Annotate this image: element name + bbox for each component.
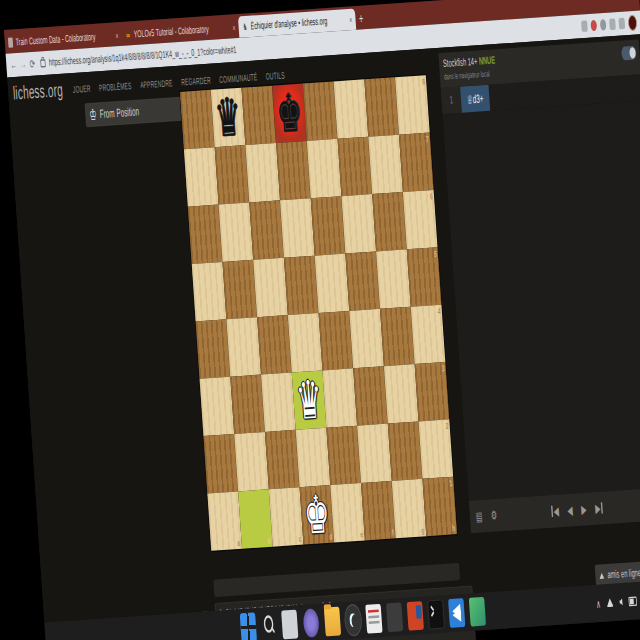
coord-rank-1: 1 — [449, 478, 452, 488]
coord-file-g: g — [421, 525, 425, 535]
battery-icon[interactable] — [628, 596, 637, 606]
coord-file-b: b — [267, 536, 271, 546]
move-list-empty-area — [442, 100, 640, 500]
black-king[interactable]: ♚ — [272, 84, 307, 143]
engine-name: Stockfish 14+ — [443, 55, 478, 69]
black-queen[interactable]: ♛ — [211, 88, 246, 147]
square-f4[interactable] — [349, 309, 384, 368]
variant-select-label: From Position — [99, 105, 139, 121]
square-g6[interactable] — [372, 192, 407, 251]
padlock-icon — [40, 59, 46, 67]
nav-item-apprendre[interactable]: APPRENDRE — [140, 77, 173, 90]
share-icon[interactable] — [581, 20, 588, 32]
powerpoint-app[interactable] — [407, 601, 424, 631]
new-tab-button[interactable]: + — [358, 8, 364, 29]
square-h4[interactable]: 4 — [411, 305, 446, 364]
nav-item-communauté[interactable]: COMMUNAUTÉ — [219, 71, 258, 84]
notepad-app[interactable] — [365, 604, 382, 634]
chat-extension-icon[interactable] — [609, 18, 616, 30]
move-san-active[interactable]: ♕d3+ — [460, 85, 490, 113]
square-d5[interactable] — [284, 256, 319, 315]
square-b7[interactable] — [215, 145, 250, 204]
nav-item-problèmes[interactable]: PROBLÈMES — [99, 80, 132, 93]
square-d2[interactable] — [296, 428, 331, 487]
square-g4[interactable] — [380, 307, 415, 366]
volume-icon[interactable] — [619, 598, 623, 606]
square-f2[interactable] — [357, 424, 392, 483]
square-h6[interactable]: 6 — [403, 190, 438, 249]
tab-close-icon[interactable]: × — [115, 30, 119, 41]
coord-rank-4: 4 — [438, 306, 441, 316]
square-f7[interactable] — [338, 137, 373, 196]
square-e1[interactable]: e — [330, 483, 365, 542]
square-f1[interactable]: f — [361, 481, 396, 540]
board-column: ♛♚87654♛32abc♚defgh1 FEN PGN [Variant "F… — [180, 75, 457, 551]
square-f6[interactable] — [341, 194, 376, 253]
lichess-knight-favicon: ♞ — [242, 21, 249, 33]
square-d6[interactable] — [280, 198, 315, 257]
square-d8[interactable]: ♚ — [272, 84, 307, 143]
square-b1[interactable]: b — [238, 489, 273, 548]
file-explorer[interactable] — [324, 607, 341, 637]
square-c5[interactable] — [253, 258, 288, 317]
square-c8[interactable] — [241, 86, 276, 145]
square-c3[interactable] — [261, 372, 296, 431]
tab-title: YOLOv5 Tutorial - Colaboratory — [133, 22, 230, 40]
square-g7[interactable] — [368, 135, 403, 194]
nav-item-jouer[interactable]: JOUER — [72, 83, 90, 95]
coord-file-c: c — [298, 533, 301, 543]
white-queen[interactable]: ♛ — [292, 370, 327, 429]
square-c6[interactable] — [249, 200, 284, 259]
square-g5[interactable] — [376, 249, 411, 308]
account-extension-icon[interactable] — [600, 19, 607, 31]
lichess-logo[interactable]: lichess.org — [12, 79, 63, 104]
square-b5[interactable] — [222, 260, 257, 319]
edge-browser[interactable] — [345, 605, 362, 635]
coord-rank-3: 3 — [441, 363, 444, 373]
square-h8[interactable]: 8 — [395, 75, 430, 134]
square-h7[interactable]: 7 — [399, 133, 434, 192]
back-icon[interactable]: ← — [10, 58, 17, 72]
square-c2[interactable] — [265, 430, 300, 489]
square-e7[interactable] — [307, 139, 342, 198]
coord-file-e: e — [360, 529, 363, 539]
wifi-icon[interactable] — [606, 598, 613, 607]
square-a8[interactable] — [180, 90, 215, 149]
rotated-screen: Train Custom Data - Colaboratory×∞YOLOv5… — [4, 0, 640, 640]
square-g2[interactable] — [388, 421, 423, 480]
square-e3[interactable] — [322, 368, 357, 427]
square-f3[interactable] — [353, 366, 388, 425]
square-a5[interactable] — [192, 262, 227, 321]
tab-close-icon[interactable]: × — [232, 22, 236, 33]
chess-board[interactable]: ♛♚87654♛32abc♚defgh1 — [180, 75, 457, 551]
coord-file-a: a — [237, 538, 240, 548]
nav-item-regarder[interactable]: REGARDER — [181, 75, 211, 88]
square-g1[interactable]: g — [392, 479, 427, 538]
square-a6[interactable] — [188, 205, 223, 264]
friends-online-text: amis en ligne — [607, 567, 640, 582]
square-e2[interactable] — [326, 426, 361, 485]
document-app[interactable] — [281, 610, 298, 640]
square-b4[interactable] — [226, 317, 261, 376]
square-a4[interactable] — [196, 319, 231, 378]
start-button[interactable] — [240, 612, 257, 640]
square-b8[interactable]: ♛ — [211, 88, 246, 147]
square-e6[interactable] — [311, 196, 346, 255]
coord-file-f: f — [392, 527, 394, 537]
first-move-icon[interactable]: ◀ — [551, 503, 559, 518]
square-d4[interactable] — [288, 313, 323, 372]
coord-rank-7: 7 — [426, 134, 429, 144]
square-c1[interactable]: c — [269, 487, 304, 546]
record-extension-icon[interactable] — [590, 20, 597, 32]
square-a7[interactable] — [184, 147, 219, 206]
square-e5[interactable] — [315, 254, 350, 313]
tab-title: Train Custom Data - Colaboratory — [15, 30, 113, 48]
square-h3[interactable]: 3 — [415, 362, 450, 421]
toggle-knob — [629, 47, 636, 59]
photo-frame: Train Custom Data - Colaboratory×∞YOLOv5… — [0, 0, 640, 640]
square-e8[interactable] — [303, 81, 338, 140]
square-b2[interactable] — [234, 432, 269, 491]
vscode-app[interactable] — [448, 598, 465, 628]
system-tray: ∧ — [596, 594, 637, 610]
coord-rank-6: 6 — [430, 191, 433, 201]
square-h5[interactable]: 5 — [407, 247, 442, 306]
engine-badge: NNUE — [478, 54, 495, 67]
coord-rank-5: 5 — [434, 249, 437, 259]
chevron-up-icon — [599, 573, 604, 579]
square-b3[interactable] — [230, 375, 265, 434]
opening-book-icon[interactable]: ▤ — [475, 509, 482, 524]
square-d3[interactable]: ♛ — [292, 370, 327, 429]
tab-close-icon[interactable]: × — [349, 14, 353, 25]
square-h1[interactable]: h1 — [422, 477, 457, 536]
square-d1[interactable]: ♚d — [300, 485, 335, 544]
square-c7[interactable] — [245, 143, 280, 202]
forward-icon[interactable]: → — [20, 57, 27, 71]
square-c4[interactable] — [257, 315, 292, 374]
square-e4[interactable] — [319, 311, 354, 370]
move-index: 1 — [441, 87, 462, 115]
extensions-puzzle-icon[interactable] — [618, 18, 625, 30]
settings-gear-icon[interactable]: ⚙ — [490, 508, 497, 523]
nav-item-outils[interactable]: OUTILS — [265, 69, 285, 81]
browser-profile-avatar[interactable] — [628, 14, 638, 31]
square-g8[interactable] — [364, 77, 399, 136]
coord-rank-2: 2 — [445, 421, 448, 431]
analyse-panel: Stockfish 14+ NNUE dans le navigateur lo… — [438, 39, 640, 576]
document-favicon — [8, 38, 13, 48]
purple-app[interactable] — [302, 608, 319, 638]
next-move-icon[interactable]: ▶ — [581, 502, 587, 517]
terminal-app[interactable] — [427, 600, 444, 630]
square-f5[interactable] — [345, 251, 380, 310]
reload-icon[interactable]: ⟳ — [29, 56, 35, 71]
white-king-icon: ♔ — [89, 106, 97, 124]
coord-rank-8: 8 — [422, 77, 425, 87]
green-app[interactable] — [469, 597, 486, 627]
square-h2[interactable]: 2 — [418, 419, 453, 478]
square-b6[interactable] — [219, 202, 254, 261]
square-d7[interactable] — [276, 141, 311, 200]
coord-file-h: h — [452, 523, 456, 533]
lichess-page: lichess.org JOUERPROBLÈMESAPPRENDREREGAR… — [7, 34, 640, 622]
tray-chevron-icon[interactable]: ∧ — [596, 597, 601, 610]
square-a1[interactable]: a — [207, 491, 242, 550]
colab-favicon: ∞ — [125, 29, 132, 41]
dark-app[interactable] — [386, 602, 403, 632]
square-g3[interactable] — [384, 364, 419, 423]
square-f8[interactable] — [334, 79, 369, 138]
coord-file-d: d — [329, 531, 333, 541]
last-move-icon[interactable]: ▶ — [595, 500, 603, 515]
tab-title: Échiquier d'analyse • lichess.org — [250, 14, 347, 32]
prev-move-icon[interactable]: ◀ — [567, 502, 573, 517]
search-button[interactable] — [260, 611, 277, 640]
square-a3[interactable] — [200, 377, 235, 436]
square-a2[interactable] — [203, 434, 238, 493]
engine-toggle[interactable] — [621, 46, 637, 61]
